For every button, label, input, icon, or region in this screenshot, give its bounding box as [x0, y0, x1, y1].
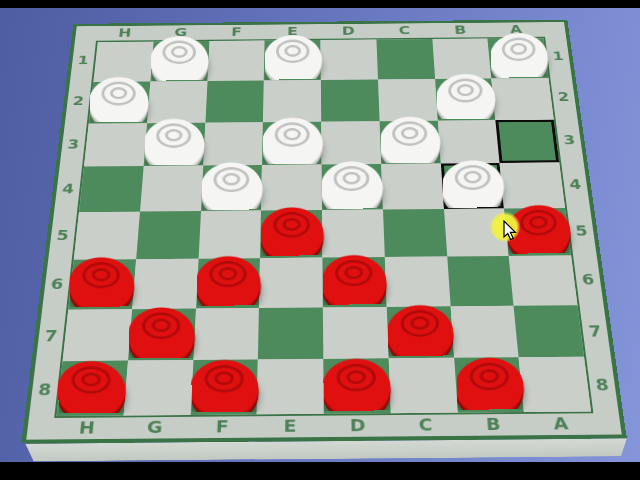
col-label-B: B [459, 414, 529, 436]
white-man-G1[interactable]: ● [151, 30, 207, 80]
red-man-C7[interactable]: ● [388, 298, 452, 356]
square-C1[interactable] [376, 39, 434, 79]
square-D4[interactable]: ● [322, 164, 383, 210]
square-F8[interactable]: ● [190, 360, 258, 415]
square-C4[interactable] [381, 164, 443, 210]
checker-ridge-inner [401, 127, 419, 139]
square-C5[interactable] [383, 209, 447, 257]
square-G1[interactable]: ● [150, 41, 209, 81]
square-D6[interactable]: ● [322, 257, 386, 307]
checker-ridge-inner [410, 316, 429, 330]
checker-ridge-inner [347, 370, 367, 384]
white-man-B4[interactable]: ● [443, 154, 503, 208]
col-label-D: D [324, 415, 392, 437]
square-B4[interactable]: ● [440, 163, 504, 209]
checker-ridge-inner [82, 372, 102, 386]
checker-ridge-inner [214, 371, 234, 385]
square-D1[interactable] [321, 40, 378, 80]
red-man-B8[interactable]: ● [456, 350, 522, 409]
red-man-F8[interactable]: ● [191, 353, 257, 412]
square-E3[interactable]: ● [262, 121, 321, 165]
col-label-C: C [391, 414, 460, 436]
square-B8[interactable]: ● [454, 357, 525, 412]
checkers-board: HGFEDCBA HGFEDCBA 12345678 12345678 ●●●●… [21, 20, 626, 444]
checker-ridge-inner [222, 173, 240, 186]
red-man-H8[interactable]: ● [59, 354, 125, 413]
square-F6[interactable]: ● [196, 258, 261, 308]
square-A8[interactable] [519, 357, 591, 412]
col-label-H: H [52, 417, 122, 439]
col-label-E: E [256, 416, 324, 438]
square-G8[interactable] [123, 360, 193, 415]
checker-ridge-inner [165, 129, 183, 141]
square-C3[interactable]: ● [379, 120, 440, 164]
red-man-E5[interactable]: ● [261, 201, 322, 256]
square-A6[interactable] [509, 255, 577, 305]
square-H8[interactable]: ● [57, 361, 128, 416]
red-man-D6[interactable]: ● [323, 248, 386, 304]
square-D8[interactable]: ● [323, 359, 390, 414]
square-F4[interactable]: ● [201, 165, 263, 211]
col-label-A: A [526, 413, 596, 435]
white-man-D4[interactable]: ● [322, 155, 382, 209]
square-D2[interactable] [321, 79, 379, 121]
checker-ridge-inner [464, 170, 482, 183]
checker-ridge-inner [479, 369, 499, 383]
red-man-F6[interactable]: ● [196, 250, 259, 306]
col-label-F: F [208, 25, 264, 40]
square-E1[interactable]: ● [264, 40, 321, 80]
square-A2[interactable] [492, 78, 554, 120]
square-H3[interactable] [84, 123, 147, 167]
letterbox-bar-bottom [0, 462, 640, 480]
letterbox-bar-top [0, 0, 640, 8]
square-E6[interactable] [259, 257, 323, 307]
mouse-cursor-icon [502, 220, 518, 242]
white-man-E1[interactable]: ● [264, 29, 320, 79]
col-label-C: C [376, 23, 433, 38]
square-C8[interactable] [388, 358, 457, 413]
col-label-F: F [188, 416, 257, 438]
checker-ridge-inner [218, 267, 237, 280]
square-E8[interactable] [257, 359, 324, 414]
square-E7[interactable] [258, 307, 323, 360]
checker-ridge-inner [283, 128, 301, 140]
square-C7[interactable]: ● [386, 306, 453, 359]
checker-ridge-inner [343, 172, 361, 185]
white-man-E3[interactable]: ● [263, 111, 322, 164]
red-man-D8[interactable]: ● [324, 351, 390, 410]
checker-ridge-inner [457, 84, 474, 96]
square-F2[interactable] [205, 80, 264, 122]
square-H4[interactable] [79, 166, 143, 212]
square-F1[interactable] [207, 41, 265, 81]
square-E5[interactable]: ● [260, 210, 322, 258]
col-label-B: B [432, 23, 489, 38]
white-man-F4[interactable]: ● [201, 156, 261, 210]
white-man-B2[interactable]: ● [437, 68, 494, 120]
white-man-C3[interactable]: ● [380, 110, 439, 163]
column-labels-bottom: HGFEDCBA [52, 413, 596, 439]
square-G4[interactable] [140, 166, 203, 212]
col-label-D: D [320, 24, 376, 39]
checker-ridge-inner [152, 318, 171, 332]
col-label-G: G [120, 417, 189, 439]
